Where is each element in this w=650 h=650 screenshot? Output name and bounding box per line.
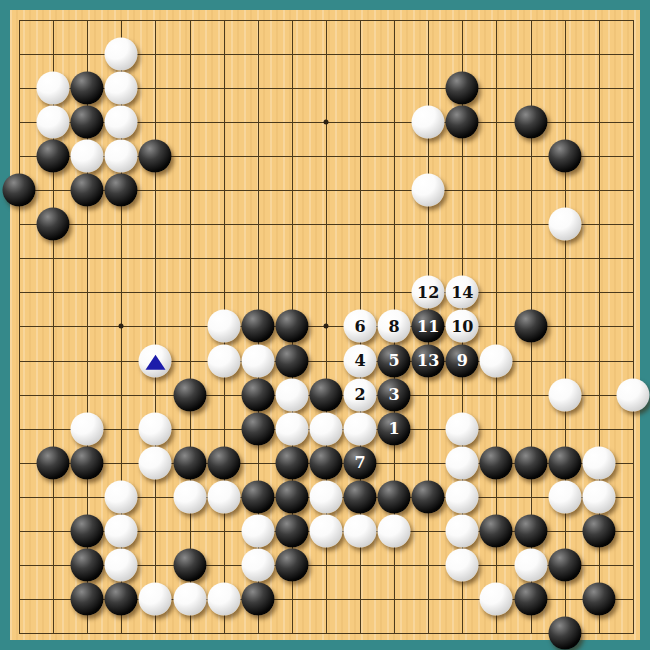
- white-stone: [412, 105, 445, 138]
- black-stone: [412, 480, 445, 513]
- black-stone: [514, 105, 547, 138]
- white-stone: [37, 105, 70, 138]
- white-stone: [139, 344, 172, 377]
- white-stone: 12: [412, 276, 445, 309]
- white-stone: [582, 446, 615, 479]
- black-stone: [548, 139, 581, 172]
- white-stone: [105, 105, 138, 138]
- black-stone: [275, 446, 308, 479]
- grid-line-horizontal: [19, 361, 634, 362]
- move-number: 14: [451, 284, 473, 300]
- black-stone: [446, 105, 479, 138]
- white-stone: [344, 515, 377, 548]
- black-stone: [207, 446, 240, 479]
- white-stone: [207, 310, 240, 343]
- black-stone: 1: [378, 412, 411, 445]
- black-stone: [71, 583, 104, 616]
- move-number: 13: [417, 353, 439, 369]
- white-stone: [275, 378, 308, 411]
- black-stone: [344, 480, 377, 513]
- white-stone: [139, 412, 172, 445]
- grid-line-vertical: [633, 20, 634, 634]
- black-stone: [37, 446, 70, 479]
- white-stone: [446, 480, 479, 513]
- black-stone: [514, 310, 547, 343]
- white-stone: [105, 139, 138, 172]
- white-stone: [514, 549, 547, 582]
- white-stone: [139, 583, 172, 616]
- black-stone: [37, 208, 70, 241]
- move-number: 5: [389, 353, 400, 369]
- white-stone: [309, 480, 342, 513]
- black-stone: 5: [378, 344, 411, 377]
- move-number: 1: [389, 421, 400, 437]
- white-stone: [582, 480, 615, 513]
- black-stone: [480, 446, 513, 479]
- white-stone: [71, 139, 104, 172]
- white-stone: [207, 344, 240, 377]
- white-stone: [344, 412, 377, 445]
- star-point: [323, 119, 328, 124]
- go-diagram: 1214681110451392317: [0, 0, 650, 650]
- white-stone: 6: [344, 310, 377, 343]
- move-number: 12: [417, 284, 439, 300]
- black-stone: [309, 446, 342, 479]
- white-stone: [309, 412, 342, 445]
- black-stone: [275, 344, 308, 377]
- black-stone: 3: [378, 378, 411, 411]
- move-number: 10: [451, 318, 473, 334]
- grid-line-vertical: [565, 20, 566, 634]
- black-stone: [71, 105, 104, 138]
- black-stone: [275, 515, 308, 548]
- triangle-mark-icon: [145, 354, 165, 369]
- white-stone: [446, 446, 479, 479]
- black-stone: [548, 446, 581, 479]
- grid-line-horizontal: [19, 633, 634, 634]
- black-stone: [241, 378, 274, 411]
- star-point: [323, 324, 328, 329]
- white-stone: [412, 174, 445, 207]
- black-stone: [275, 549, 308, 582]
- black-stone: 9: [446, 344, 479, 377]
- black-stone: [105, 174, 138, 207]
- black-stone: 11: [412, 310, 445, 343]
- black-stone: [241, 480, 274, 513]
- white-stone: [105, 480, 138, 513]
- white-stone: [207, 480, 240, 513]
- white-stone: [207, 583, 240, 616]
- black-stone: [514, 446, 547, 479]
- white-stone: [378, 515, 411, 548]
- black-stone: [480, 515, 513, 548]
- black-stone: [71, 549, 104, 582]
- black-stone: [548, 617, 581, 650]
- black-stone: 13: [412, 344, 445, 377]
- black-stone: [309, 378, 342, 411]
- white-stone: [548, 378, 581, 411]
- black-stone: [3, 174, 36, 207]
- go-board[interactable]: 1214681110451392317: [10, 10, 640, 640]
- black-stone: [514, 515, 547, 548]
- black-stone: [582, 515, 615, 548]
- white-stone: [71, 412, 104, 445]
- star-point: [119, 324, 124, 329]
- black-stone: [514, 583, 547, 616]
- white-stone: [105, 515, 138, 548]
- white-stone: [173, 583, 206, 616]
- white-stone: [241, 515, 274, 548]
- black-stone: [582, 583, 615, 616]
- white-stone: [446, 515, 479, 548]
- white-stone: [241, 344, 274, 377]
- move-number: 8: [389, 318, 400, 334]
- white-stone: [241, 549, 274, 582]
- white-stone: [37, 71, 70, 104]
- move-number: 6: [354, 318, 365, 334]
- move-number: 9: [457, 353, 468, 369]
- white-stone: [105, 37, 138, 70]
- white-stone: [548, 208, 581, 241]
- white-stone: 8: [378, 310, 411, 343]
- white-stone: [548, 480, 581, 513]
- white-stone: [446, 549, 479, 582]
- white-stone: [480, 583, 513, 616]
- white-stone: [309, 515, 342, 548]
- move-number: 2: [354, 387, 365, 403]
- white-stone: [275, 412, 308, 445]
- white-stone: [480, 344, 513, 377]
- move-number: 3: [389, 387, 400, 403]
- move-number: 7: [354, 455, 365, 471]
- white-stone: 10: [446, 310, 479, 343]
- move-number: 11: [417, 318, 439, 334]
- black-stone: [71, 446, 104, 479]
- black-stone: [446, 71, 479, 104]
- black-stone: [37, 139, 70, 172]
- white-stone: [139, 446, 172, 479]
- black-stone: [71, 174, 104, 207]
- black-stone: [139, 139, 172, 172]
- black-stone: [241, 412, 274, 445]
- black-stone: [241, 310, 274, 343]
- black-stone: [378, 480, 411, 513]
- black-stone: [173, 549, 206, 582]
- black-stone: [548, 549, 581, 582]
- move-number: 4: [354, 353, 365, 369]
- white-stone: 4: [344, 344, 377, 377]
- black-stone: [105, 583, 138, 616]
- black-stone: 7: [344, 446, 377, 479]
- white-stone: [105, 549, 138, 582]
- white-stone: [173, 480, 206, 513]
- black-stone: [275, 480, 308, 513]
- black-stone: [173, 446, 206, 479]
- white-stone: 2: [344, 378, 377, 411]
- black-stone: [173, 378, 206, 411]
- black-stone: [71, 71, 104, 104]
- white-stone: 14: [446, 276, 479, 309]
- black-stone: [241, 583, 274, 616]
- black-stone: [71, 515, 104, 548]
- white-stone: [446, 412, 479, 445]
- white-stone: [616, 378, 649, 411]
- black-stone: [275, 310, 308, 343]
- white-stone: [105, 71, 138, 104]
